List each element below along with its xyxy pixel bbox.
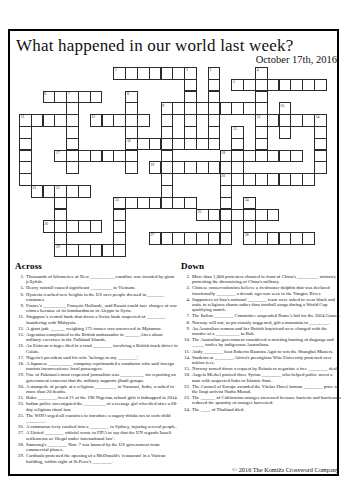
- grid-cell: [255, 91, 268, 104]
- grid-cell: [137, 197, 150, 210]
- grid-cell: 9: [161, 102, 174, 115]
- grid-cell: [90, 150, 103, 163]
- grid-cell: [208, 138, 221, 151]
- grid-cell: [255, 126, 268, 139]
- grid-cell: [172, 67, 185, 80]
- grid-cell: [125, 102, 138, 115]
- clue-number: 2.: [181, 274, 192, 284]
- clue-number: 16.: [15, 343, 26, 353]
- grid-cell: [54, 197, 67, 210]
- clue-number: 20.: [15, 384, 26, 394]
- clue-text: A Japanese __________ company reprimande…: [26, 361, 178, 371]
- grid-cell: [279, 150, 292, 163]
- cell-number: 24: [245, 198, 249, 202]
- grid-cell: [184, 79, 197, 92]
- grid-cell: [102, 114, 115, 127]
- cell-number: 21: [32, 186, 36, 190]
- grid-cell: [172, 232, 185, 245]
- grid-cell: [243, 150, 256, 163]
- grid-cell: [172, 102, 185, 115]
- grid-cell: [90, 220, 103, 233]
- clue-item: 23.Indian police investigated the ______…: [15, 401, 178, 411]
- across-header: Across: [15, 261, 178, 271]
- clue-item: 15.Norway turned down a request by Brita…: [181, 366, 341, 371]
- clue-text: An Eritrean refugee died in a road _____…: [26, 343, 178, 353]
- clue-text: A giant jade ______ weighing 175 tonnes …: [26, 326, 178, 331]
- grid-cell: [78, 150, 91, 163]
- grid-cell: [314, 138, 327, 151]
- grid-cell: [208, 232, 221, 245]
- clue-text: Singapore's central bank shut down a Swi…: [26, 314, 178, 324]
- grid-cell: [66, 220, 79, 233]
- grid-cell: [161, 114, 174, 127]
- grid-cell: 1: [113, 67, 126, 80]
- clue-number: 26.: [15, 424, 26, 429]
- grid-cell: [66, 126, 79, 139]
- grid-cell: [137, 114, 150, 127]
- clue-number: 12.: [15, 326, 26, 331]
- grid-cell: [208, 91, 221, 104]
- clue-text: Supporters of Iran's national ________ t…: [192, 297, 341, 313]
- grid-cell: [184, 232, 197, 245]
- grid-cell: [267, 114, 280, 127]
- grid-cell: [290, 79, 303, 92]
- page-title: What happened in our world last week?: [16, 36, 336, 56]
- grid-cell: [267, 232, 280, 245]
- grid-cell: [279, 173, 292, 186]
- clue-number: 9.: [15, 303, 26, 313]
- grid-cell: 25: [196, 209, 209, 222]
- clue-number: 5.: [15, 285, 26, 290]
- clue-item: 17.Nigeria's president said his wife 'be…: [15, 355, 178, 360]
- cell-number: 23: [115, 198, 119, 202]
- clue-item: 29.Cardinals protested the opening of a …: [15, 453, 178, 463]
- grid-cell: [302, 79, 315, 92]
- grid-cell: [314, 150, 327, 163]
- grid-cell: [243, 209, 256, 222]
- grid-cell: [314, 161, 327, 174]
- grid-cell: [279, 114, 292, 127]
- clue-item: 26.A catamaran ferry crashed into a ____…: [15, 424, 178, 429]
- cell-number: 28: [245, 233, 249, 237]
- grid-cell: [231, 102, 244, 115]
- grid-cell: 23: [113, 197, 126, 210]
- cell-number: 13: [257, 115, 261, 119]
- grid-cell: [231, 138, 244, 151]
- clue-number: 14.: [181, 355, 192, 365]
- clue-item: 8.Norway will not, as previously suggest…: [181, 320, 341, 325]
- grid-cell: [267, 79, 280, 92]
- clue-text: Samsung's ________ Note 7 was banned by …: [26, 442, 178, 452]
- cell-number: 19: [150, 163, 154, 167]
- grid-cell: [66, 150, 79, 163]
- grid-cell: [208, 209, 221, 222]
- grid-cell: [290, 114, 303, 127]
- clue-number: 9.: [181, 326, 192, 336]
- page-date: October 17th, 2016: [256, 54, 337, 65]
- clue-text: The ____ of Thailand died.: [192, 407, 341, 412]
- cell-number: 4: [257, 68, 259, 72]
- grid-cell: [125, 150, 138, 163]
- clue-text: Boko ________ freed 21 of the 190 Nigeri…: [26, 395, 178, 400]
- grid-cell: [66, 102, 79, 115]
- grid-cell: [137, 138, 150, 151]
- grid-cell: [90, 244, 103, 257]
- grid-cell: [290, 173, 303, 186]
- clue-item: 11.Singapore's central bank shut down a …: [15, 314, 178, 324]
- clue-number: 11.: [15, 314, 26, 324]
- cell-number: 20: [221, 174, 225, 178]
- grid-cell: [220, 197, 233, 210]
- grid-cell: [161, 150, 174, 163]
- grid-cell: [314, 79, 327, 92]
- grid-cell: [184, 161, 197, 174]
- clue-item: 9.France's _________, François Hollande,…: [15, 303, 178, 313]
- grid-cell: [208, 126, 221, 139]
- grid-cell: [113, 244, 126, 257]
- grid-cell: 24: [243, 197, 256, 210]
- grid-cell: 15: [231, 126, 244, 139]
- grid-cell: [149, 197, 162, 210]
- grid-cell: [161, 138, 174, 151]
- grid-cell: [290, 232, 303, 245]
- grid-cell: [243, 102, 256, 115]
- cell-number: 25: [198, 210, 202, 214]
- grid-cell: [19, 173, 32, 186]
- grid-cell: [302, 173, 315, 186]
- grid-cell: [184, 138, 197, 151]
- cell-number: 10: [280, 104, 284, 108]
- clue-text: The WHO urged all countries to introduce…: [26, 413, 178, 423]
- grid-cell: [161, 161, 174, 174]
- grid-cell: 7: [66, 91, 79, 104]
- grid-cell: 8: [125, 91, 138, 104]
- clue-text: Angela Merkel praised three Syrian _____…: [192, 372, 341, 382]
- grid-cell: [113, 232, 126, 245]
- grid-cell: [113, 150, 126, 163]
- grid-cell: [43, 114, 56, 127]
- clue-item: 18.A Japanese __________ company reprima…: [15, 361, 178, 371]
- clue-text: The Council of Europe awarded the Václav…: [192, 384, 341, 394]
- cell-number: 22: [56, 186, 60, 190]
- grid-cell: [66, 185, 79, 198]
- grid-cell: [231, 173, 244, 186]
- clue-item: 1.Thousands of kilometres of New _______…: [15, 274, 178, 284]
- grid-cell: 4: [255, 67, 268, 80]
- grid-cell: [54, 114, 67, 127]
- clue-text: A United ________ official wrote to FIFA…: [26, 430, 178, 440]
- grid-cell: [66, 244, 79, 257]
- clue-number: 13.: [15, 332, 26, 342]
- grid-cell: [54, 232, 67, 245]
- grid-cell: [231, 161, 244, 174]
- cell-number: 5: [233, 80, 235, 84]
- grid-cell: [255, 138, 268, 151]
- grid-cell: 13: [255, 114, 268, 127]
- grid-cell: 5: [231, 79, 244, 92]
- clue-item: 23.The ______ of Californian oranges inc…: [181, 395, 341, 405]
- clue-number: 18.: [181, 372, 192, 382]
- clue-item: 6.Hysteria reached new heights in the US…: [15, 292, 178, 302]
- clue-item: 14.Students at ________ Africa's prestig…: [181, 355, 341, 365]
- grid-cell: [243, 79, 256, 92]
- grid-cell: 20: [220, 173, 233, 186]
- clue-text: The Australian government considered res…: [192, 337, 341, 347]
- cell-number: 15: [233, 127, 237, 131]
- grid-cell: [279, 126, 292, 139]
- grid-cell: [220, 220, 233, 233]
- cell-number: 26: [44, 222, 48, 226]
- grid-cell: [302, 232, 315, 245]
- clue-number: 28.: [15, 442, 26, 452]
- cell-number: 2: [186, 68, 188, 72]
- grid-cell: [184, 114, 197, 127]
- grid-cell: [184, 91, 197, 104]
- grid-cell: [196, 232, 209, 245]
- grid-cell: [43, 185, 56, 198]
- grid-cell: [184, 102, 197, 115]
- clue-number: 27.: [15, 430, 26, 440]
- clue-text: Heavy rainfall caused significant ______…: [26, 285, 178, 290]
- clue-text: An Australian woman and her British boyf…: [192, 326, 341, 336]
- across-clues-section: Across 1.Thousands of kilometres of New …: [15, 261, 178, 465]
- grid-cell: [314, 126, 327, 139]
- grid-cell: 27: [149, 232, 162, 245]
- clue-item: 16.An Eritrean refugee died in a road __…: [15, 343, 178, 353]
- grid-cell: [161, 185, 174, 198]
- cell-number: 6: [44, 92, 46, 96]
- clue-text: Indian police investigated the _________…: [26, 401, 178, 411]
- clue-item: 27.A United ________ official wrote to F…: [15, 430, 178, 440]
- clue-text: Argentina complained to the British amba…: [26, 332, 178, 342]
- clue-item: 28.Samsung's ________ Note 7 was banned …: [15, 442, 178, 452]
- clue-number: 4.: [181, 297, 192, 313]
- clue-number: 25.: [15, 413, 26, 423]
- grid-cell: 22: [54, 185, 67, 198]
- clue-item: 5.Heavy rainfall caused significant ____…: [15, 285, 178, 290]
- grid-cell: [302, 114, 315, 127]
- clue-number: 23.: [15, 401, 26, 411]
- grid-cell: [172, 161, 185, 174]
- grid-cell: 10: [279, 102, 292, 115]
- grid-cell: [19, 126, 32, 139]
- clue-number: 1.: [15, 274, 26, 284]
- grid-cell: [113, 209, 126, 222]
- clue-text: A catamaran ferry crashed into a _______…: [26, 424, 178, 429]
- grid-cell: 12: [90, 114, 103, 127]
- copyright-footer: © 2016 The Komiža Crossword Company: [232, 466, 339, 473]
- grid-cell: [78, 220, 91, 233]
- grid-cell: [184, 126, 197, 139]
- clue-item: 7.The Italian ________ Committee suspend…: [181, 313, 341, 318]
- grid-cell: [113, 220, 126, 233]
- grid-cell: 11: [19, 114, 32, 127]
- clue-number: 24.: [181, 407, 192, 412]
- clue-number: 22.: [181, 384, 192, 394]
- grid-cell: [149, 138, 162, 151]
- clue-number: 10.: [181, 337, 192, 347]
- grid-cell: [31, 114, 44, 127]
- clue-item: 21.Boko ________ freed 21 of the 190 Nig…: [15, 395, 178, 400]
- clue-text: France's _________, François Hollande, s…: [26, 303, 178, 313]
- grid-cell: [66, 114, 79, 127]
- grid-cell: [19, 150, 32, 163]
- grid-cell: 14: [314, 114, 327, 127]
- clue-item: 10.The Australian government considered …: [181, 337, 341, 347]
- clue-text: One of Pakistan's most respected journal…: [26, 372, 178, 382]
- grid-cell: [161, 67, 174, 80]
- grid-cell: 3: [208, 67, 221, 80]
- clue-item: 12.A giant jade ______ weighing 175 tonn…: [15, 326, 178, 331]
- grid-cell: 16: [125, 138, 138, 151]
- grid-cell: 18: [220, 150, 233, 163]
- grid-cell: [113, 114, 126, 127]
- cell-number: 9: [162, 104, 164, 108]
- clue-text: The Italian ________ Committee suspended…: [192, 313, 341, 318]
- clue-text: Andy ________ beat Roberto Bautista Agut…: [192, 349, 341, 354]
- grid-cell: [102, 150, 115, 163]
- clue-text: A stampede of people at a religious ____…: [26, 384, 178, 394]
- grid-cell: 2: [184, 67, 197, 80]
- clue-number: 19.: [15, 372, 26, 382]
- grid-cell: 17: [54, 150, 67, 163]
- clue-item: 22.The Council of Europe awarded the Vác…: [181, 384, 341, 394]
- clue-text: Chinese conservationists believe a fresh…: [192, 285, 341, 295]
- grid-cell: [231, 209, 244, 222]
- down-header: Down: [181, 261, 341, 271]
- clue-item: 20.A stampede of people at a religious _…: [15, 384, 178, 394]
- grid-cell: [161, 232, 174, 245]
- grid-cell: [161, 173, 174, 186]
- grid-cell: 19: [149, 161, 162, 174]
- cell-number: 3: [209, 68, 211, 72]
- clue-item: 3.Chinese conservationists believe a fre…: [181, 285, 341, 295]
- grid-cell: [149, 67, 162, 80]
- grid-cell: [54, 209, 67, 222]
- grid-cell: [255, 173, 268, 186]
- grid-cell: [279, 232, 292, 245]
- clue-item: 2.More than 1,000 protesters chanted in …: [181, 274, 341, 284]
- grid-cell: [125, 67, 138, 80]
- clue-number: 6.: [15, 292, 26, 302]
- grid-cell: [196, 161, 209, 174]
- grid-cell: 29: [54, 244, 67, 257]
- grid-cell: [208, 102, 221, 115]
- clue-number: 21.: [15, 395, 26, 400]
- clue-text: Cardinals protested the opening of a McD…: [26, 453, 178, 463]
- grid-cell: [220, 185, 233, 198]
- cell-number: 8: [127, 92, 129, 96]
- grid-cell: 6: [43, 91, 56, 104]
- cell-number: 29: [56, 245, 60, 249]
- grid-cell: [161, 126, 174, 139]
- clue-number: 8.: [181, 320, 192, 325]
- grid-cell: [172, 197, 185, 210]
- grid-cell: [267, 173, 280, 186]
- down-clue-list: 2.More than 1,000 protesters chanted in …: [181, 274, 341, 412]
- grid-cell: [54, 91, 67, 104]
- clue-number: 17.: [15, 355, 26, 360]
- grid-cell: [231, 150, 244, 163]
- clue-number: 29.: [15, 453, 26, 463]
- grid-cell: 21: [31, 185, 44, 198]
- clue-item: 25.The WHO urged all countries to introd…: [15, 413, 178, 423]
- grid-cell: [78, 185, 91, 198]
- grid-cell: [255, 209, 268, 222]
- cell-number: 27: [150, 233, 154, 237]
- grid-cell: [125, 161, 138, 174]
- grid-cell: [137, 67, 150, 80]
- grid-cell: [19, 138, 32, 151]
- grid-cell: [102, 244, 115, 257]
- grid-cell: [161, 197, 174, 210]
- clue-number: 11.: [181, 349, 192, 354]
- grid-cell: [208, 79, 221, 92]
- down-clues-section: Down 2.More than 1,000 protesters chante…: [181, 261, 341, 413]
- grid-cell: [255, 150, 268, 163]
- grid-cell: [220, 102, 233, 115]
- grid-cell: 28: [243, 232, 256, 245]
- grid-cell: [78, 244, 91, 257]
- clue-text: The ______ of Californian oranges increa…: [192, 395, 341, 405]
- cell-number: 17: [56, 151, 60, 155]
- clue-number: 7.: [181, 313, 192, 318]
- grid-cell: [267, 209, 280, 222]
- clue-number: 3.: [181, 285, 192, 295]
- clue-item: 24.The ____ of Thailand died.: [181, 407, 341, 412]
- grid-cell: [220, 209, 233, 222]
- clue-text: More than 1,000 protesters chanted in fr…: [192, 274, 341, 284]
- grid-cell: [267, 150, 280, 163]
- grid-cell: [208, 114, 221, 127]
- grid-cell: [255, 102, 268, 115]
- grid-cell: [220, 232, 233, 245]
- grid-cell: [54, 220, 67, 233]
- clue-item: 19.One of Pakistan's most respected jour…: [15, 372, 178, 382]
- across-clue-list: 1.Thousands of kilometres of New _______…: [15, 274, 178, 464]
- clue-item: 9.An Australian woman and her British bo…: [181, 326, 341, 336]
- grid-cell: [66, 138, 79, 151]
- grid-cell: [196, 138, 209, 151]
- cell-number: 16: [127, 139, 131, 143]
- clue-number: 23.: [181, 395, 192, 405]
- cell-number: 14: [316, 115, 320, 119]
- clue-text: Nigeria's president said his wife 'belon…: [26, 355, 178, 360]
- cell-number: 1: [115, 68, 117, 72]
- clue-number: 15.: [181, 366, 192, 371]
- grid-cell: [290, 150, 303, 163]
- grid-cell: [90, 91, 103, 104]
- grid-cell: [255, 79, 268, 92]
- clue-text: Norway will not, as previously suggested…: [192, 320, 341, 325]
- grid-cell: [255, 232, 268, 245]
- grid-cell: [125, 126, 138, 139]
- grid-cell: [184, 197, 197, 210]
- grid-cell: 26: [43, 220, 56, 233]
- clue-item: 18.Angela Merkel praised three Syrian __…: [181, 372, 341, 382]
- grid-cell: [125, 114, 138, 127]
- grid-cell: [19, 161, 32, 174]
- grid-cell: [279, 79, 292, 92]
- clue-text: Norway turned down a request by Britain …: [192, 366, 341, 371]
- clue-item: 13.Argentina complained to the British a…: [15, 332, 178, 342]
- grid-cell: [78, 91, 91, 104]
- grid-cell: [172, 138, 185, 151]
- cell-number: 11: [21, 115, 25, 119]
- grid-cell: [243, 173, 256, 186]
- clue-number: 18.: [15, 361, 26, 371]
- grid-cell: [196, 102, 209, 115]
